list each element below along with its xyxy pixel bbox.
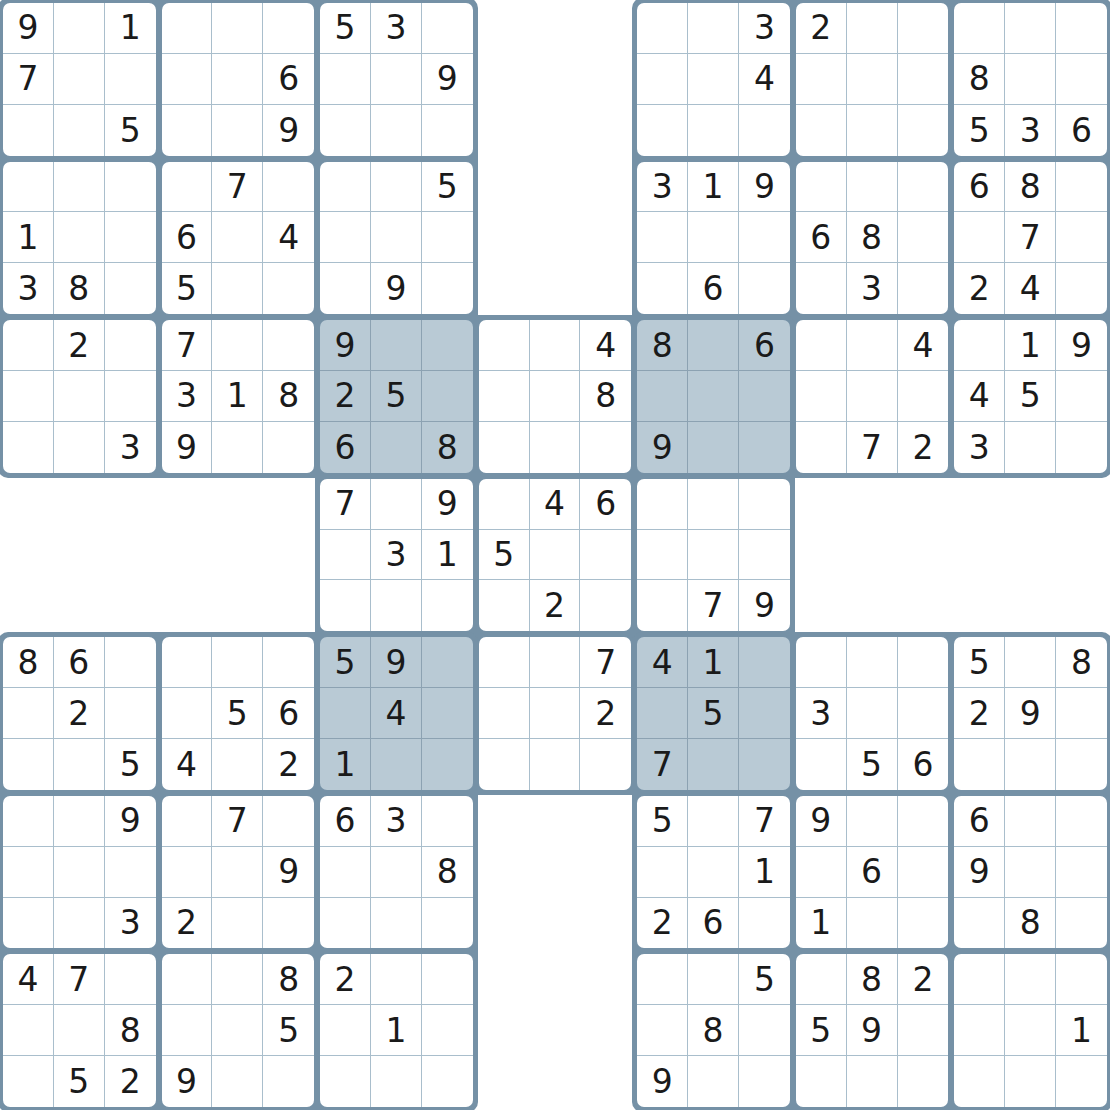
given-digit: 6: [703, 906, 724, 939]
cell-r8c1[interactable]: [54, 422, 105, 473]
cell-r17c7[interactable]: [371, 898, 422, 949]
given-digit: 4: [754, 62, 775, 95]
cell-r7c20[interactable]: [1056, 371, 1107, 422]
cell-r3c1[interactable]: [54, 162, 105, 213]
given-digit: 1: [17, 221, 38, 254]
given-digit: 5: [335, 11, 356, 44]
cell-r5c0: 3: [3, 263, 54, 314]
cell-r1c12[interactable]: [637, 54, 688, 105]
given-digit: 6: [810, 221, 831, 254]
cell-r16c19[interactable]: [1005, 847, 1056, 898]
cell-r18c15[interactable]: [796, 954, 847, 1005]
given-digit: 4: [912, 329, 933, 362]
cell-r19c4[interactable]: [212, 1005, 263, 1056]
cell-r19c16: 9: [847, 1005, 898, 1056]
cell-r17c18[interactable]: [954, 898, 1005, 949]
cell-r15c1[interactable]: [54, 796, 105, 847]
cell-r16c3[interactable]: [162, 847, 213, 898]
cell-r5c6[interactable]: [320, 263, 371, 314]
cell-r18c4[interactable]: [212, 954, 263, 1005]
cell-r15c14: 7: [739, 796, 790, 847]
cell-r2c8[interactable]: [422, 105, 473, 156]
cell-r2c3[interactable]: [162, 105, 213, 156]
cell-r2c13[interactable]: [688, 105, 739, 156]
cell-r14c15[interactable]: [796, 739, 847, 790]
cell-r11c8[interactable]: [422, 580, 473, 631]
cell-r16c17[interactable]: [898, 847, 949, 898]
cell-r7c9[interactable]: [479, 371, 530, 422]
cell-r13c14[interactable]: [739, 688, 790, 739]
cell-r18c18[interactable]: [954, 954, 1005, 1005]
cell-r3c15[interactable]: [796, 162, 847, 213]
cell-r17c4[interactable]: [212, 898, 263, 949]
given-digit: 3: [754, 11, 775, 44]
cell-r5c17[interactable]: [898, 263, 949, 314]
cell-r16c20[interactable]: [1056, 847, 1107, 898]
cell-r4c1[interactable]: [54, 212, 105, 263]
cell-r2c0[interactable]: [3, 105, 54, 156]
cell-r5c15[interactable]: [796, 263, 847, 314]
cell-r17c14[interactable]: [739, 898, 790, 949]
cell-r17c17[interactable]: [898, 898, 949, 949]
cell-r12c9[interactable]: [479, 637, 530, 688]
cell-r6c14: 6: [739, 320, 790, 371]
cell-r7c14[interactable]: [739, 371, 790, 422]
cell-r1c6[interactable]: [320, 54, 371, 105]
cell-r8c5[interactable]: [263, 422, 314, 473]
cell-r15c13[interactable]: [688, 796, 739, 847]
cell-r20c4[interactable]: [212, 1056, 263, 1107]
cell-r1c1[interactable]: [54, 54, 105, 105]
cell-r12c14[interactable]: [739, 637, 790, 688]
cell-r19c1[interactable]: [54, 1005, 105, 1056]
cell-r16c4[interactable]: [212, 847, 263, 898]
cell-r0c5[interactable]: [263, 3, 314, 54]
cell-r15c17[interactable]: [898, 796, 949, 847]
cell-r11c12[interactable]: [637, 580, 688, 631]
cell-r17c16[interactable]: [847, 898, 898, 949]
cell-r12c15[interactable]: [796, 637, 847, 688]
cell-r18c12[interactable]: [637, 954, 688, 1005]
cell-r16c14: 1: [739, 847, 790, 898]
cell-r18c16: 8: [847, 954, 898, 1005]
given-digit: 2: [969, 697, 990, 730]
cell-r15c16[interactable]: [847, 796, 898, 847]
cell-r14c11[interactable]: [580, 739, 631, 790]
cell-r8c15[interactable]: [796, 422, 847, 473]
cell-r5c5[interactable]: [263, 263, 314, 314]
cell-r9c9[interactable]: [479, 479, 530, 530]
cell-r5c14[interactable]: [739, 263, 790, 314]
cell-r1c20[interactable]: [1056, 54, 1107, 105]
cell-r2c14[interactable]: [739, 105, 790, 156]
cell-r6c18[interactable]: [954, 320, 1005, 371]
given-digit: 7: [17, 62, 38, 95]
cell-r2c12[interactable]: [637, 105, 688, 156]
cell-r20c19[interactable]: [1005, 1056, 1056, 1107]
cell-r7c16[interactable]: [847, 371, 898, 422]
cell-r2c4[interactable]: [212, 105, 263, 156]
cell-r4c8[interactable]: [422, 212, 473, 263]
cell-r19c20: 1: [1056, 1005, 1107, 1056]
cell-r6c8[interactable]: [422, 320, 473, 371]
given-digit: 2: [810, 11, 831, 44]
cell-r12c12: 4: [637, 637, 688, 688]
given-digit: 4: [176, 748, 197, 781]
cell-r6c0[interactable]: [3, 320, 54, 371]
cell-r9c14[interactable]: [739, 479, 790, 530]
cell-r4c12[interactable]: [637, 212, 688, 263]
cell-r1c15[interactable]: [796, 54, 847, 105]
cell-r1c2[interactable]: [105, 54, 156, 105]
cell-r7c13[interactable]: [688, 371, 739, 422]
cell-r14c4[interactable]: [212, 739, 263, 790]
cell-r16c15[interactable]: [796, 847, 847, 898]
cell-r14c13[interactable]: [688, 739, 739, 790]
cell-r6c5[interactable]: [263, 320, 314, 371]
given-digit: 2: [544, 589, 565, 622]
cell-r8c14[interactable]: [739, 422, 790, 473]
cell-r20c16[interactable]: [847, 1056, 898, 1107]
cell-r8c12: 9: [637, 422, 688, 473]
cell-r20c0[interactable]: [3, 1056, 54, 1107]
cell-r14c14[interactable]: [739, 739, 790, 790]
cell-r0c13[interactable]: [688, 3, 739, 54]
cell-r5c16: 3: [847, 263, 898, 314]
cell-r6c16[interactable]: [847, 320, 898, 371]
cell-r20c8[interactable]: [422, 1056, 473, 1107]
cell-r6c6: 9: [320, 320, 371, 371]
cell-r12c16[interactable]: [847, 637, 898, 688]
cell-r19c17[interactable]: [898, 1005, 949, 1056]
given-digit: 8: [278, 379, 299, 412]
cell-r3c2[interactable]: [105, 162, 156, 213]
cell-r7c0[interactable]: [3, 371, 54, 422]
box-r6c0: 47852: [3, 954, 156, 1107]
cell-r20c13[interactable]: [688, 1056, 739, 1107]
cell-r11c6[interactable]: [320, 580, 371, 631]
cell-r14c19[interactable]: [1005, 739, 1056, 790]
cell-r20c18[interactable]: [954, 1056, 1005, 1107]
cell-r19c5: 5: [263, 1005, 314, 1056]
cell-r0c7: 3: [371, 3, 422, 54]
cell-r20c20[interactable]: [1056, 1056, 1107, 1107]
given-digit: 9: [810, 804, 831, 837]
cell-r2c2: 5: [105, 105, 156, 156]
cell-r8c4[interactable]: [212, 422, 263, 473]
cell-r18c19[interactable]: [1005, 954, 1056, 1005]
cell-r12c19[interactable]: [1005, 637, 1056, 688]
cell-r11c13: 7: [688, 580, 739, 631]
cell-r16c2[interactable]: [105, 847, 156, 898]
given-digit: 1: [437, 538, 458, 571]
cell-r13c17[interactable]: [898, 688, 949, 739]
cell-r6c10[interactable]: [530, 320, 581, 371]
cell-r5c2[interactable]: [105, 263, 156, 314]
samurai-sudoku-board: 9175695393428536138764559319668368724237…: [0, 0, 1110, 1110]
given-digit: 9: [385, 646, 406, 679]
cell-r15c0[interactable]: [3, 796, 54, 847]
cell-r9c8: 9: [422, 479, 473, 530]
cell-r5c20[interactable]: [1056, 263, 1107, 314]
cell-r1c7[interactable]: [371, 54, 422, 105]
cell-r5c1: 8: [54, 263, 105, 314]
cell-r19c3[interactable]: [162, 1005, 213, 1056]
given-digit: 6: [335, 431, 356, 464]
cell-r19c8[interactable]: [422, 1005, 473, 1056]
cell-r13c9[interactable]: [479, 688, 530, 739]
cell-r0c15: 2: [796, 3, 847, 54]
cell-r6c12: 8: [637, 320, 688, 371]
cell-r16c6[interactable]: [320, 847, 371, 898]
box-r6c4: 589: [637, 954, 790, 1107]
cell-r16c1[interactable]: [54, 847, 105, 898]
cell-r12c5[interactable]: [263, 637, 314, 688]
cell-r18c13[interactable]: [688, 954, 739, 1005]
cell-r9c12[interactable]: [637, 479, 688, 530]
cell-r3c6[interactable]: [320, 162, 371, 213]
cell-r20c7[interactable]: [371, 1056, 422, 1107]
cell-r0c4[interactable]: [212, 3, 263, 54]
cell-r17c5[interactable]: [263, 898, 314, 949]
cell-r1c3[interactable]: [162, 54, 213, 105]
given-digit: 7: [861, 431, 882, 464]
cell-r2c6[interactable]: [320, 105, 371, 156]
cell-r3c17[interactable]: [898, 162, 949, 213]
given-digit: 4: [385, 697, 406, 730]
cell-r19c19[interactable]: [1005, 1005, 1056, 1056]
cell-r7c15[interactable]: [796, 371, 847, 422]
cell-r17c8[interactable]: [422, 898, 473, 949]
cell-r15c3[interactable]: [162, 796, 213, 847]
cell-r16c13[interactable]: [688, 847, 739, 898]
cell-r1c4[interactable]: [212, 54, 263, 105]
cell-r7c8[interactable]: [422, 371, 473, 422]
cell-r14c9[interactable]: [479, 739, 530, 790]
cell-r20c17[interactable]: [898, 1056, 949, 1107]
cell-r11c11[interactable]: [580, 580, 631, 631]
cell-r4c20[interactable]: [1056, 212, 1107, 263]
cell-r18c2[interactable]: [105, 954, 156, 1005]
cell-r14c1[interactable]: [54, 739, 105, 790]
cell-r1c5: 6: [263, 54, 314, 105]
cell-r19c14[interactable]: [739, 1005, 790, 1056]
cell-r13c12[interactable]: [637, 688, 688, 739]
cell-r12c20: 8: [1056, 637, 1107, 688]
given-digit: 6: [278, 697, 299, 730]
cell-r15c15: 9: [796, 796, 847, 847]
cell-r9c13[interactable]: [688, 479, 739, 530]
given-digit: 7: [176, 329, 197, 362]
cell-r0c1[interactable]: [54, 3, 105, 54]
cell-r5c18: 2: [954, 263, 1005, 314]
cell-r5c13: 6: [688, 263, 739, 314]
cell-r3c7[interactable]: [371, 162, 422, 213]
cell-r0c20[interactable]: [1056, 3, 1107, 54]
cell-r20c6[interactable]: [320, 1056, 371, 1107]
cell-r7c1[interactable]: [54, 371, 105, 422]
cell-r16c18: 9: [954, 847, 1005, 898]
cell-r4c7[interactable]: [371, 212, 422, 263]
cell-r0c16[interactable]: [847, 3, 898, 54]
given-digit: 5: [861, 748, 882, 781]
cell-r13c10[interactable]: [530, 688, 581, 739]
cell-r11c7[interactable]: [371, 580, 422, 631]
cell-r8c10[interactable]: [530, 422, 581, 473]
cell-r2c1[interactable]: [54, 105, 105, 156]
cell-r19c0[interactable]: [3, 1005, 54, 1056]
cell-r4c4[interactable]: [212, 212, 263, 263]
cell-r14c8[interactable]: [422, 739, 473, 790]
cell-r2c16[interactable]: [847, 105, 898, 156]
cell-r13c3[interactable]: [162, 688, 213, 739]
cell-r20c15[interactable]: [796, 1056, 847, 1107]
cell-r13c6[interactable]: [320, 688, 371, 739]
cell-r13c16[interactable]: [847, 688, 898, 739]
cell-r0c3[interactable]: [162, 3, 213, 54]
box-r6c1: 859: [162, 954, 315, 1107]
given-digit: 9: [754, 170, 775, 203]
given-digit: 8: [1071, 646, 1092, 679]
given-digit: 6: [595, 487, 616, 520]
box-r0c2: 539: [320, 3, 473, 156]
cell-r0c19[interactable]: [1005, 3, 1056, 54]
cell-r12c10[interactable]: [530, 637, 581, 688]
cell-r16c0[interactable]: [3, 847, 54, 898]
cell-r5c12[interactable]: [637, 263, 688, 314]
cell-r10c11[interactable]: [580, 530, 631, 581]
cell-r4c6[interactable]: [320, 212, 371, 263]
cell-r6c9[interactable]: [479, 320, 530, 371]
cell-r7c6: 2: [320, 371, 371, 422]
cell-r13c5: 6: [263, 688, 314, 739]
box-r5c6: 698: [954, 796, 1107, 949]
cell-r1c13[interactable]: [688, 54, 739, 105]
cell-r8c20[interactable]: [1056, 422, 1107, 473]
cell-r3c3[interactable]: [162, 162, 213, 213]
cell-r17c0[interactable]: [3, 898, 54, 949]
cell-r1c17[interactable]: [898, 54, 949, 105]
cell-r4c18[interactable]: [954, 212, 1005, 263]
cell-r4c2[interactable]: [105, 212, 156, 263]
cell-r13c19: 9: [1005, 688, 1056, 739]
cell-r6c15[interactable]: [796, 320, 847, 371]
cell-r0c12[interactable]: [637, 3, 688, 54]
cell-r20c14[interactable]: [739, 1056, 790, 1107]
cell-r0c8[interactable]: [422, 3, 473, 54]
cell-r1c16[interactable]: [847, 54, 898, 105]
cell-r10c14[interactable]: [739, 530, 790, 581]
cell-r17c6[interactable]: [320, 898, 371, 949]
cell-r10c12[interactable]: [637, 530, 688, 581]
cell-r19c12[interactable]: [637, 1005, 688, 1056]
cell-r1c19[interactable]: [1005, 54, 1056, 105]
cell-r15c8[interactable]: [422, 796, 473, 847]
cell-r13c0[interactable]: [3, 688, 54, 739]
cell-r18c7[interactable]: [371, 954, 422, 1005]
cell-r3c16[interactable]: [847, 162, 898, 213]
cell-r13c8[interactable]: [422, 688, 473, 739]
cell-r3c5[interactable]: [263, 162, 314, 213]
cell-r17c1[interactable]: [54, 898, 105, 949]
cell-r12c8[interactable]: [422, 637, 473, 688]
cell-r4c17[interactable]: [898, 212, 949, 263]
cell-r8c11[interactable]: [580, 422, 631, 473]
cell-r13c20[interactable]: [1056, 688, 1107, 739]
given-digit: 5: [176, 272, 197, 305]
cell-r2c17[interactable]: [898, 105, 949, 156]
cell-r14c0[interactable]: [3, 739, 54, 790]
cell-r0c17[interactable]: [898, 3, 949, 54]
cell-r10c6[interactable]: [320, 530, 371, 581]
cell-r8c9[interactable]: [479, 422, 530, 473]
cell-r15c20[interactable]: [1056, 796, 1107, 847]
cell-r12c17[interactable]: [898, 637, 949, 688]
cell-r19c18[interactable]: [954, 1005, 1005, 1056]
cell-r15c5[interactable]: [263, 796, 314, 847]
cell-r7c12[interactable]: [637, 371, 688, 422]
cell-r8c0[interactable]: [3, 422, 54, 473]
cell-r16c12[interactable]: [637, 847, 688, 898]
cell-r2c7[interactable]: [371, 105, 422, 156]
cell-r17c20[interactable]: [1056, 898, 1107, 949]
cell-r7c2[interactable]: [105, 371, 156, 422]
cell-r14c18[interactable]: [954, 739, 1005, 790]
cell-r18c20[interactable]: [1056, 954, 1107, 1005]
given-digit: 9: [754, 589, 775, 622]
cell-r4c14[interactable]: [739, 212, 790, 263]
cell-r14c10[interactable]: [530, 739, 581, 790]
cell-r10c13[interactable]: [688, 530, 739, 581]
cell-r16c7[interactable]: [371, 847, 422, 898]
cell-r8c7[interactable]: [371, 422, 422, 473]
cell-r18c3[interactable]: [162, 954, 213, 1005]
cell-r19c6[interactable]: [320, 1005, 371, 1056]
cell-r13c2[interactable]: [105, 688, 156, 739]
cell-r15c19[interactable]: [1005, 796, 1056, 847]
cell-r7c10[interactable]: [530, 371, 581, 422]
cell-r18c8[interactable]: [422, 954, 473, 1005]
cell-r8c19[interactable]: [1005, 422, 1056, 473]
cell-r3c20[interactable]: [1056, 162, 1107, 213]
cell-r20c5[interactable]: [263, 1056, 314, 1107]
cell-r5c8[interactable]: [422, 263, 473, 314]
cell-r6c13[interactable]: [688, 320, 739, 371]
given-digit: 5: [120, 114, 141, 147]
cell-r0c18[interactable]: [954, 3, 1005, 54]
cell-r2c15[interactable]: [796, 105, 847, 156]
cell-r4c13[interactable]: [688, 212, 739, 263]
cell-r14c7[interactable]: [371, 739, 422, 790]
cell-r14c20[interactable]: [1056, 739, 1107, 790]
cell-r9c7[interactable]: [371, 479, 422, 530]
cell-r3c0[interactable]: [3, 162, 54, 213]
cell-r12c2[interactable]: [105, 637, 156, 688]
cell-r7c17[interactable]: [898, 371, 949, 422]
cell-r6c7[interactable]: [371, 320, 422, 371]
cell-r6c4[interactable]: [212, 320, 263, 371]
cell-r12c3[interactable]: [162, 637, 213, 688]
cell-r6c2[interactable]: [105, 320, 156, 371]
box-r5c5: 961: [796, 796, 949, 949]
cell-r10c10[interactable]: [530, 530, 581, 581]
cell-r12c4[interactable]: [212, 637, 263, 688]
cell-r7c4: 1: [212, 371, 263, 422]
cell-r5c4[interactable]: [212, 263, 263, 314]
box-r1c6: 68724: [954, 162, 1107, 315]
cell-r8c13[interactable]: [688, 422, 739, 473]
cell-r11c9[interactable]: [479, 580, 530, 631]
